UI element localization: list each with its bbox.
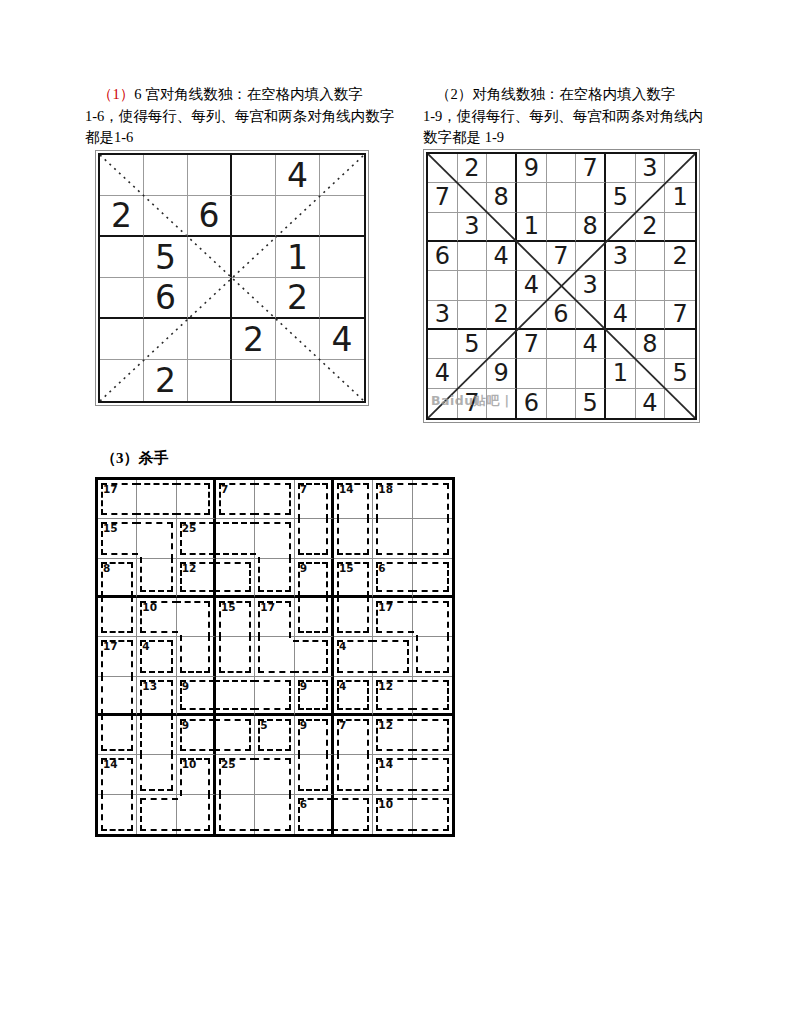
p1-cell-r5c1	[100, 319, 144, 360]
cage-sum: 4	[142, 640, 149, 652]
killer-cell-r2c4	[216, 519, 255, 558]
cage-outline	[298, 517, 328, 554]
killer-cell-r2c6	[295, 519, 334, 558]
p2-cell-r8c5	[547, 359, 577, 388]
p2-cell-r6c4	[517, 301, 547, 330]
sudoku-9x9-grid: 297378513182647324332647574849157654	[426, 152, 697, 420]
p2-cell-r7c2: 5	[458, 330, 488, 359]
diagonal-sudoku-6x6-board: 4265162242	[95, 150, 369, 406]
cage-outline	[411, 601, 449, 638]
cage-outline	[411, 719, 449, 751]
killer-cell-r1c1: 17	[98, 480, 137, 519]
killer-cell-r5c8	[373, 637, 412, 676]
killer-cell-r7c4	[216, 716, 255, 755]
given-digit: 7	[464, 391, 479, 415]
p1-cell-r3c5: 1	[276, 237, 320, 278]
p1-cell-r3c1	[100, 237, 144, 278]
cage-outline	[140, 557, 172, 592]
p2-cell-r1c6: 7	[576, 154, 606, 183]
p1-cell-r6c6	[320, 360, 364, 401]
p2-cell-r7c5	[547, 330, 577, 359]
given-digit: 2	[642, 214, 657, 238]
p2-cell-r3c3	[487, 213, 517, 242]
cage-sum: 14	[378, 758, 393, 770]
killer-cell-r5c2: 4	[137, 637, 176, 676]
killer-cell-r4c4: 15	[216, 598, 255, 637]
killer-cell-r7c3: 9	[177, 716, 216, 755]
killer-cell-r3c1: 8	[98, 559, 137, 598]
cage-outline	[214, 522, 256, 554]
p2-cell-r4c3: 4	[487, 242, 517, 271]
given-digit: 3	[464, 214, 479, 238]
p2-cell-r1c1	[428, 154, 458, 183]
p2-cell-r9c8: 4	[636, 389, 666, 418]
cage-outline	[140, 798, 177, 831]
killer-cell-r8c3: 10	[177, 755, 216, 794]
cage-sum: 12	[378, 680, 393, 692]
cage-sum: 12	[182, 562, 197, 574]
p2-cell-r2c9: 1	[665, 183, 695, 212]
killer-cell-r7c8: 12	[373, 716, 412, 755]
p1-cell-r5c2	[144, 319, 188, 360]
killer-cell-r6c5	[255, 677, 294, 716]
cage-sum: 15	[103, 522, 118, 534]
killer-cell-r4c5: 17	[255, 598, 294, 637]
p1-cell-r4c5: 2	[276, 278, 320, 319]
p2-cell-r3c9	[665, 213, 695, 242]
puzzle3-number-label: （3）	[101, 450, 139, 466]
killer-cell-r4c9	[413, 598, 452, 637]
cage-sum: 17	[378, 601, 393, 613]
p2-cell-r7c4: 7	[517, 330, 547, 359]
cage-outline	[101, 675, 133, 715]
p2-cell-r3c8: 2	[636, 213, 666, 242]
given-digit: 2	[464, 156, 479, 180]
cage-sum: 5	[260, 719, 267, 731]
p2-cell-r8c9: 5	[665, 359, 695, 388]
cage-outline	[101, 596, 133, 633]
given-digit: 5	[155, 241, 176, 274]
killer-cell-r4c2: 10	[137, 598, 176, 637]
killer-cell-r2c7	[334, 519, 373, 558]
p2-cell-r6c1: 3	[428, 301, 458, 330]
p2-cell-r9c4: 6	[517, 389, 547, 418]
cage-sum: 12	[378, 719, 393, 731]
p2-cell-r3c5	[547, 213, 577, 242]
given-digit: 8	[583, 214, 598, 238]
p2-cell-r7c7	[606, 330, 636, 359]
killer-cell-r3c2	[137, 559, 176, 598]
cage-outline	[258, 635, 295, 672]
killer-cell-r9c4	[216, 795, 255, 834]
cage-outline	[411, 680, 449, 710]
p1-cell-r4c1	[100, 278, 144, 319]
cage-outline	[214, 680, 256, 710]
p2-cell-r7c3	[487, 330, 517, 359]
killer-cell-r2c1: 15	[98, 519, 137, 558]
puzzle1-title-block: （1）6 宫对角线数独：在空格内填入数字 1-6，使得每行、每列、每宫和两条对角…	[85, 84, 425, 149]
killer-cell-r5c7: 4	[334, 637, 373, 676]
cage-sum: 9	[300, 562, 307, 574]
cage-outline	[219, 635, 251, 672]
cage-sum: 25	[182, 522, 197, 534]
killer-cell-r8c6	[295, 755, 334, 794]
killer-cell-r3c5	[255, 559, 294, 598]
p2-cell-r4c1: 6	[428, 242, 458, 271]
cage-outline	[337, 753, 369, 790]
given-digit: 1	[524, 214, 539, 238]
killer-cell-r7c9	[413, 716, 452, 755]
cage-outline	[411, 798, 449, 831]
killer-cell-r7c6: 9	[295, 716, 334, 755]
p1-cell-r2c5	[276, 196, 320, 237]
p2-cell-r2c7: 5	[606, 183, 636, 212]
p1-cell-r1c5: 4	[276, 155, 320, 196]
killer-cell-r9c9	[413, 795, 452, 834]
p2-cell-r1c3	[487, 154, 517, 183]
cage-sum: 9	[182, 680, 189, 692]
p2-cell-r5c6: 3	[576, 271, 606, 300]
cage-sum: 14	[103, 758, 118, 770]
killer-cell-r1c4: 7	[216, 480, 255, 519]
cage-outline	[253, 793, 290, 831]
killer-cell-r8c4: 25	[216, 755, 255, 794]
given-digit: 2	[243, 323, 264, 356]
cage-sum: 9	[300, 719, 307, 731]
puzzle1-instruction-line3: 都是1-6	[85, 127, 425, 149]
p2-cell-r9c1	[428, 389, 458, 418]
killer-cell-r4c3	[177, 598, 216, 637]
p2-cell-r3c7	[606, 213, 636, 242]
cage-outline	[253, 522, 290, 559]
cage-sum: 7	[339, 719, 346, 731]
given-digit: 4	[583, 332, 598, 356]
p2-cell-r4c2	[458, 242, 488, 271]
given-digit: 4	[435, 361, 450, 385]
given-digit: 1	[287, 241, 308, 274]
given-digit: 1	[613, 361, 628, 385]
killer-cell-r5c4	[216, 637, 255, 676]
p2-cell-r4c6	[576, 242, 606, 271]
cage-sum: 15	[339, 562, 354, 574]
given-digit: 1	[673, 185, 688, 209]
p2-cell-r1c5	[547, 154, 577, 183]
p1-cell-r4c3	[188, 278, 232, 319]
p2-cell-r3c6: 8	[576, 213, 606, 242]
p2-cell-r6c5: 6	[547, 301, 577, 330]
killer-cell-r8c1: 14	[98, 755, 137, 794]
p1-cell-r3c3	[188, 237, 232, 278]
p2-cell-r1c7	[606, 154, 636, 183]
killer-sudoku-board: 1777141815258129156101517171744139941295…	[95, 477, 455, 837]
puzzle2-title-block: （2）对角线数独：在空格内填入数字 1-9，使得每行、每列、每宫和两条对角线内 …	[423, 84, 733, 149]
killer-cell-r4c7	[334, 598, 373, 637]
p1-cell-r2c6	[320, 196, 364, 237]
p2-cell-r5c1	[428, 271, 458, 300]
given-digit: 4	[494, 244, 509, 268]
killer-cell-r3c9	[413, 559, 452, 598]
p2-cell-r9c2: 7	[458, 389, 488, 418]
given-digit: 2	[155, 364, 176, 397]
cage-outline	[219, 793, 256, 831]
cage-outline	[411, 758, 449, 790]
worksheet-page: （1）6 宫对角线数独：在空格内填入数字 1-6，使得每行、每列、每宫和两条对角…	[0, 0, 800, 1036]
killer-cell-r2c8	[373, 519, 412, 558]
given-digit: 6	[155, 281, 176, 314]
cage-outline	[293, 640, 328, 672]
killer-cell-r6c2: 13	[137, 677, 176, 716]
p1-cell-r1c4	[232, 155, 276, 196]
killer-cell-r9c5	[255, 795, 294, 834]
given-digit: 8	[494, 185, 509, 209]
p1-cell-r1c6	[320, 155, 364, 196]
puzzle2-number-label: （2）	[436, 86, 472, 102]
killer-cell-r7c5: 5	[255, 716, 294, 755]
puzzle2-title-text: 对角线数独：在空格内填入数字	[472, 86, 675, 102]
cage-sum: 4	[339, 640, 346, 652]
p1-cell-r1c1	[100, 155, 144, 196]
cage-outline	[258, 557, 290, 592]
p1-cell-r6c1	[100, 360, 144, 401]
cage-outline	[253, 758, 290, 795]
cage-outline	[214, 562, 251, 592]
killer-cell-r6c6: 9	[295, 677, 334, 716]
p2-cell-r6c6	[576, 301, 606, 330]
given-digit: 3	[613, 244, 628, 268]
puzzle1-instruction-line2: 1-6，使得每行、每列、每宫和两条对角线内数字	[85, 106, 425, 128]
cage-sum: 4	[339, 680, 346, 692]
p2-cell-r6c8	[636, 301, 666, 330]
p1-cell-r5c5	[276, 319, 320, 360]
killer-cell-r5c9	[413, 637, 452, 676]
sudoku-6x6-grid: 4265162242	[98, 153, 366, 403]
p2-cell-r1c2: 2	[458, 154, 488, 183]
p2-cell-r4c8	[636, 242, 666, 271]
given-digit: 7	[673, 302, 688, 326]
killer-cell-r5c3	[177, 637, 216, 676]
killer-cell-r3c8: 6	[373, 559, 412, 598]
p2-cell-r9c3	[487, 389, 517, 418]
given-digit: 4	[642, 391, 657, 415]
cage-outline	[175, 793, 210, 831]
cage-outline	[101, 714, 133, 751]
killer-cell-r7c7: 7	[334, 716, 373, 755]
cage-outline	[140, 714, 172, 756]
killer-cell-r1c5	[255, 480, 294, 519]
given-digit: 6	[553, 302, 568, 326]
puzzle1-title-text: 6 宫对角线数独：在空格内填入数字	[134, 86, 362, 102]
p1-cell-r1c3	[188, 155, 232, 196]
given-digit: 5	[464, 332, 479, 356]
p1-cell-r5c4: 2	[232, 319, 276, 360]
p2-cell-r7c1	[428, 330, 458, 359]
p1-cell-r2c3: 6	[188, 196, 232, 237]
given-digit: 6	[524, 391, 539, 415]
p2-cell-r5c2	[458, 271, 488, 300]
puzzle2-instruction-line3: 数字都是 1-9	[423, 127, 733, 149]
given-digit: 4	[613, 302, 628, 326]
cage-outline	[180, 635, 210, 672]
given-digit: 3	[642, 156, 657, 180]
killer-cell-r7c2	[137, 716, 176, 755]
given-digit: 9	[494, 361, 509, 385]
p1-cell-r1c2	[144, 155, 188, 196]
cage-outline	[101, 793, 133, 831]
cage-sum: 7	[300, 483, 307, 495]
puzzle2-instruction-line2: 1-9，使得每行、每列、每宫和两条对角线内	[423, 106, 733, 128]
killer-cell-r9c1	[98, 795, 137, 834]
p2-cell-r3c2: 3	[458, 213, 488, 242]
killer-cell-r2c3: 25	[177, 519, 216, 558]
cage-outline	[332, 798, 369, 831]
p2-cell-r2c5	[547, 183, 577, 212]
killer-cell-r6c4	[216, 677, 255, 716]
p2-cell-r2c8	[636, 183, 666, 212]
given-digit: 8	[642, 332, 657, 356]
cage-outline	[298, 753, 328, 790]
given-digit: 9	[524, 156, 539, 180]
p2-cell-r5c3	[487, 271, 517, 300]
given-digit: 5	[583, 391, 598, 415]
p1-cell-r2c4	[232, 196, 276, 237]
cage-outline	[140, 753, 172, 790]
puzzle1-title-line1: （1）6 宫对角线数独：在空格内填入数字	[85, 84, 425, 106]
p2-cell-r2c2	[458, 183, 488, 212]
p1-cell-r2c1: 2	[100, 196, 144, 237]
given-digit: 4	[332, 323, 353, 356]
cage-outline	[253, 483, 290, 515]
p2-cell-r5c9	[665, 271, 695, 300]
p1-cell-r6c3	[188, 360, 232, 401]
killer-cell-r7c1	[98, 716, 137, 755]
p1-cell-r5c6: 4	[320, 319, 364, 360]
given-digit: 3	[435, 302, 450, 326]
p2-cell-r5c5	[547, 271, 577, 300]
killer-cell-r8c7	[334, 755, 373, 794]
puzzle2-title-line1: （2）对角线数独：在空格内填入数字	[423, 84, 733, 106]
cage-sum: 9	[182, 719, 189, 731]
p2-cell-r8c3: 9	[487, 359, 517, 388]
cage-outline	[411, 562, 449, 592]
diagonal-sudoku-9x9-board: 297378513182647324332647574849157654 Bai…	[423, 149, 700, 423]
p2-cell-r1c8: 3	[636, 154, 666, 183]
cage-sum: 17	[260, 601, 275, 613]
p2-cell-r4c5: 7	[547, 242, 577, 271]
cage-sum: 8	[103, 562, 110, 574]
killer-cell-r8c9	[413, 755, 452, 794]
cage-outline	[337, 596, 369, 633]
p1-cell-r4c4	[232, 278, 276, 319]
killer-cell-r4c6	[295, 598, 334, 637]
killer-cell-r2c9	[413, 519, 452, 558]
cage-outline	[214, 719, 251, 751]
killer-cell-r3c4	[216, 559, 255, 598]
killer-cell-r6c7: 4	[334, 677, 373, 716]
p2-cell-r8c6	[576, 359, 606, 388]
p2-cell-r8c4	[517, 359, 547, 388]
cage-outline	[175, 601, 210, 638]
p2-cell-r9c9	[665, 389, 695, 418]
p2-cell-r3c1	[428, 213, 458, 242]
killer-cell-r1c7: 14	[334, 480, 373, 519]
killer-cell-r3c6: 9	[295, 559, 334, 598]
puzzle3-title-block: （3）杀手	[101, 448, 169, 470]
killer-cell-r2c2	[137, 519, 176, 558]
p2-cell-r8c7: 1	[606, 359, 636, 388]
killer-cell-r1c3	[177, 480, 216, 519]
p2-cell-r2c6	[576, 183, 606, 212]
killer-cell-r8c8: 14	[373, 755, 412, 794]
given-digit: 7	[435, 185, 450, 209]
cage-outline	[175, 483, 210, 515]
killer-cell-r8c5	[255, 755, 294, 794]
cage-outline	[416, 635, 449, 672]
given-digit: 6	[199, 199, 220, 232]
killer-cell-r2c5	[255, 519, 294, 558]
killer-cell-r8c2	[137, 755, 176, 794]
p2-cell-r4c4	[517, 242, 547, 271]
given-digit: 5	[673, 361, 688, 385]
p2-cell-r2c4	[517, 183, 547, 212]
killer-cell-r3c3: 12	[177, 559, 216, 598]
p1-cell-r6c4	[232, 360, 276, 401]
cage-sum: 17	[103, 640, 118, 652]
cage-outline	[411, 483, 449, 520]
p1-cell-r3c2: 5	[144, 237, 188, 278]
p2-cell-r3c4: 1	[517, 213, 547, 242]
killer-cell-r4c8: 17	[373, 598, 412, 637]
killer-cell-r5c6	[295, 637, 334, 676]
cage-sum: 15	[221, 601, 236, 613]
given-digit: 2	[494, 302, 509, 326]
killer-cell-r6c1	[98, 677, 137, 716]
cage-sum: 9	[300, 680, 307, 692]
cage-sum: 6	[300, 798, 307, 810]
given-digit: 7	[553, 244, 568, 268]
p2-cell-r6c3: 2	[487, 301, 517, 330]
p2-cell-r6c7: 4	[606, 301, 636, 330]
cage-outline	[411, 517, 449, 554]
killer-cell-r9c7	[334, 795, 373, 834]
p2-cell-r8c2	[458, 359, 488, 388]
p1-cell-r6c5	[276, 360, 320, 401]
cage-outline	[135, 483, 177, 515]
given-digit: 2	[287, 281, 308, 314]
p1-cell-r4c2: 6	[144, 278, 188, 319]
cage-sum: 18	[378, 483, 393, 495]
p2-cell-r9c7	[606, 389, 636, 418]
killer-cell-r1c9	[413, 480, 452, 519]
p1-cell-r4c6	[320, 278, 364, 319]
p2-cell-r6c2	[458, 301, 488, 330]
p1-cell-r6c2: 2	[144, 360, 188, 401]
killer-sudoku-grid: 1777141815258129156101517171744139941295…	[95, 477, 455, 837]
cage-sum: 6	[378, 562, 385, 574]
p2-cell-r7c6: 4	[576, 330, 606, 359]
killer-cell-r9c8: 10	[373, 795, 412, 834]
p2-cell-r6c9: 7	[665, 301, 695, 330]
p2-cell-r9c5	[547, 389, 577, 418]
killer-cell-r1c2	[137, 480, 176, 519]
p2-cell-r1c9	[665, 154, 695, 183]
given-digit: 5	[613, 185, 628, 209]
killer-cell-r9c6: 6	[295, 795, 334, 834]
p1-cell-r2c2	[144, 196, 188, 237]
p2-cell-r1c4: 9	[517, 154, 547, 183]
cage-outline	[135, 522, 172, 559]
killer-cell-r6c8: 12	[373, 677, 412, 716]
killer-cell-r6c9	[413, 677, 452, 716]
